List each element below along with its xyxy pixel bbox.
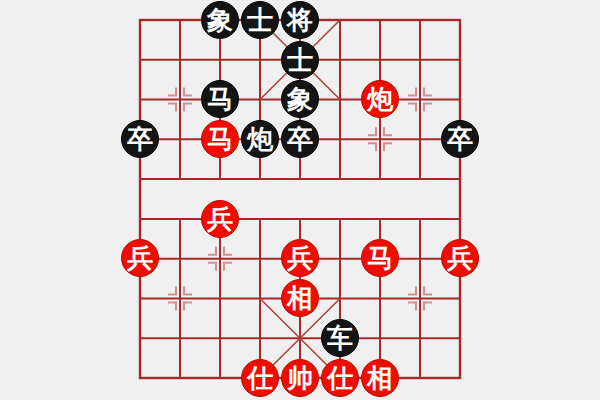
- piece-red-horse[interactable]: 马: [361, 239, 399, 277]
- piece-red-horse[interactable]: 马: [201, 120, 239, 158]
- piece-red-general[interactable]: 帅: [281, 359, 319, 397]
- piece-red-advisor[interactable]: 仕: [321, 359, 359, 397]
- piece-black-elephant[interactable]: 象: [201, 1, 239, 39]
- piece-black-elephant[interactable]: 象: [281, 80, 319, 118]
- piece-black-pawn[interactable]: 卒: [121, 120, 159, 158]
- piece-red-elephant[interactable]: 相: [361, 359, 399, 397]
- pieces-grid: 象士将士马象炮卒马炮卒卒兵兵兵马兵相车仕帅仕相: [120, 0, 480, 398]
- piece-black-advisor[interactable]: 士: [241, 1, 279, 39]
- piece-black-pawn[interactable]: 卒: [441, 120, 479, 158]
- piece-red-advisor[interactable]: 仕: [241, 359, 279, 397]
- xiangqi-app: 象士将士马象炮卒马炮卒卒兵兵兵马兵相车仕帅仕相: [0, 0, 600, 400]
- piece-red-pawn[interactable]: 兵: [121, 239, 159, 277]
- piece-red-pawn[interactable]: 兵: [441, 239, 479, 277]
- piece-black-advisor[interactable]: 士: [281, 41, 319, 79]
- piece-red-cannon[interactable]: 炮: [361, 80, 399, 118]
- piece-black-cannon[interactable]: 炮: [241, 120, 279, 158]
- piece-black-horse[interactable]: 马: [201, 80, 239, 118]
- piece-black-pawn[interactable]: 卒: [281, 120, 319, 158]
- piece-red-pawn[interactable]: 兵: [201, 200, 239, 238]
- piece-red-pawn[interactable]: 兵: [281, 239, 319, 277]
- piece-red-elephant[interactable]: 相: [281, 279, 319, 317]
- piece-black-chariot[interactable]: 车: [321, 319, 359, 357]
- piece-black-general[interactable]: 将: [281, 1, 319, 39]
